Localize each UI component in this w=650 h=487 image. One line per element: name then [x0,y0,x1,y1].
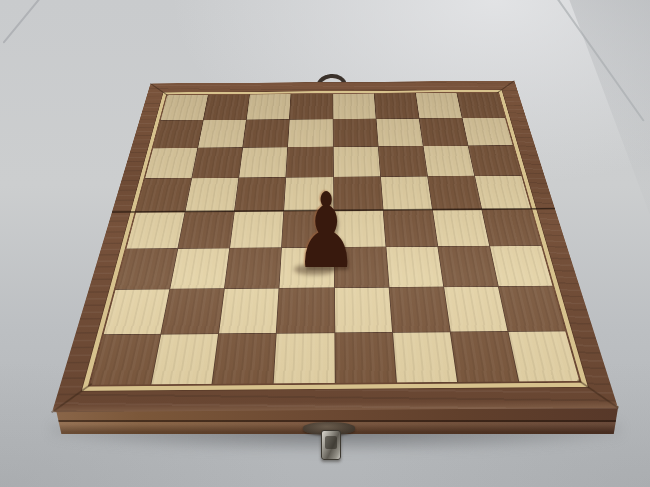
square-b3[interactable] [170,248,229,288]
square-b5[interactable] [186,178,239,211]
square-b1[interactable] [151,334,218,384]
square-f2[interactable] [389,287,449,332]
square-e1[interactable] [335,333,396,383]
square-a8[interactable] [161,95,208,120]
black-pawn-glyph: ♟ [295,192,336,271]
square-d7[interactable] [288,119,332,147]
frame-mitre-joint [150,83,169,96]
black-pawn[interactable]: ♟ [285,192,345,271]
square-f5[interactable] [381,177,432,210]
square-e7[interactable] [333,119,378,147]
square-b6[interactable] [192,148,242,178]
square-d8[interactable] [290,94,332,119]
square-h6[interactable] [468,146,521,176]
square-c4[interactable] [230,211,283,247]
square-b7[interactable] [198,120,246,148]
square-c1[interactable] [213,334,276,384]
square-e8[interactable] [333,94,376,119]
square-f1[interactable] [393,332,457,382]
square-a4[interactable] [127,212,185,248]
square-b4[interactable] [178,211,234,247]
square-g2[interactable] [444,287,507,332]
square-g4[interactable] [433,210,489,246]
square-d2[interactable] [277,288,334,333]
square-h8[interactable] [457,93,505,118]
square-c6[interactable] [239,147,287,177]
square-a1[interactable] [90,334,160,384]
square-a5[interactable] [136,179,191,212]
square-f7[interactable] [376,119,422,147]
square-b2[interactable] [161,289,224,334]
square-f6[interactable] [378,146,427,176]
frame-mitre-joint [497,80,516,93]
scene: ♟ [0,0,650,487]
square-c8[interactable] [247,94,291,119]
square-f3[interactable] [386,247,443,287]
square-g3[interactable] [438,246,498,286]
square-c2[interactable] [219,288,279,333]
square-a2[interactable] [104,289,170,334]
square-g6[interactable] [423,146,474,176]
latch-loop [321,430,341,460]
square-a6[interactable] [145,148,197,178]
square-d1[interactable] [274,333,334,383]
square-c3[interactable] [225,248,281,288]
square-h3[interactable] [490,246,552,286]
square-h7[interactable] [463,118,513,146]
latch-clasp [303,419,357,463]
square-g7[interactable] [419,118,467,146]
square-a7[interactable] [153,120,203,148]
square-h5[interactable] [475,176,531,209]
square-b8[interactable] [204,95,250,120]
square-c7[interactable] [243,120,289,148]
square-f4[interactable] [383,210,437,246]
square-g1[interactable] [451,332,519,382]
square-c5[interactable] [235,178,286,211]
square-g8[interactable] [416,93,462,118]
square-a3[interactable] [116,249,178,289]
square-h4[interactable] [482,209,541,245]
latch-loop-hole [325,436,337,449]
square-g5[interactable] [428,176,481,209]
square-e2[interactable] [334,287,391,332]
square-f8[interactable] [374,93,418,118]
